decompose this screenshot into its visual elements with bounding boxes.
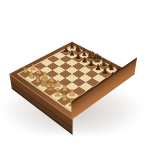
piece-black-pawn[interactable]: ♟ bbox=[95, 63, 102, 71]
chess-photo-scene: ♜♞♝♛♚♝♞♜♟♟♟♟♟♟♟♟♟♟♟♟♟♟♟♟♜♞♝♛♚♝♞♜ bbox=[0, 0, 150, 150]
piece-black-pawn[interactable]: ♟ bbox=[102, 67, 109, 75]
